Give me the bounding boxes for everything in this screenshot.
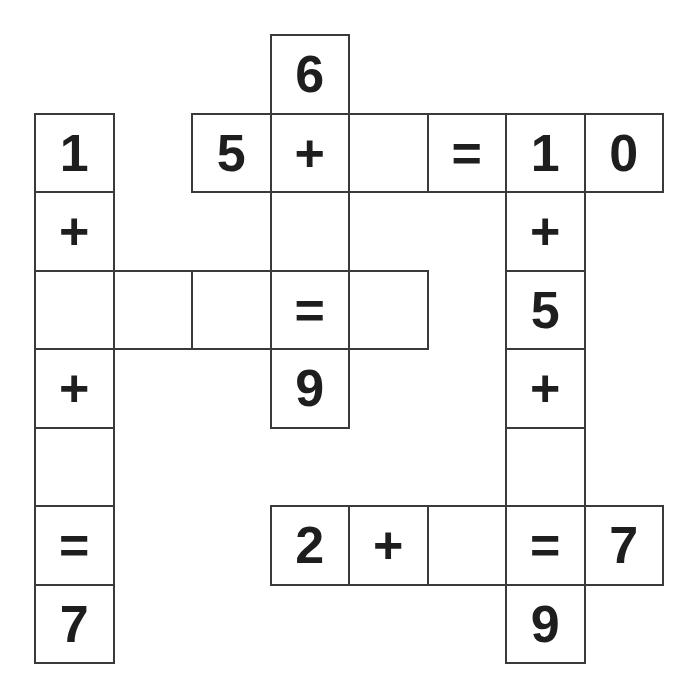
cell-glyph: 1 xyxy=(531,127,560,179)
cell-glyph: = xyxy=(452,127,482,179)
cell-glyph: + xyxy=(295,127,325,179)
given-cell-r6c6: = xyxy=(505,505,586,586)
cell-glyph: + xyxy=(530,362,560,414)
given-cell-r1c0: 1 xyxy=(34,113,115,194)
puzzle-grid: 615+=10++=5+9+=2+=779 xyxy=(35,35,663,663)
given-cell-r6c4: + xyxy=(348,505,429,586)
cell-glyph: 5 xyxy=(531,284,560,336)
cell-glyph: + xyxy=(373,519,403,571)
empty-cell-r1c4[interactable] xyxy=(348,113,429,194)
cell-glyph: = xyxy=(59,519,89,571)
cell-glyph: 2 xyxy=(295,519,324,571)
given-cell-r7c6: 9 xyxy=(505,584,586,665)
empty-cell-r5c6[interactable] xyxy=(505,427,586,508)
given-cell-r1c3: + xyxy=(270,113,351,194)
cell-glyph: + xyxy=(530,205,560,257)
given-cell-r4c3: 9 xyxy=(270,348,351,429)
given-cell-r1c2: 5 xyxy=(191,113,272,194)
given-cell-r6c0: = xyxy=(34,505,115,586)
cell-glyph: 1 xyxy=(60,127,89,179)
given-cell-r6c3: 2 xyxy=(270,505,351,586)
cell-glyph: 6 xyxy=(295,48,324,100)
puzzle-canvas: 615+=10++=5+9+=2+=779 xyxy=(0,0,700,700)
cell-glyph: + xyxy=(59,362,89,414)
empty-cell-r6c5[interactable] xyxy=(427,505,508,586)
cell-glyph: = xyxy=(295,284,325,336)
cell-glyph: 7 xyxy=(60,598,89,650)
empty-cell-r3c4[interactable] xyxy=(348,270,429,351)
empty-cell-r3c0[interactable] xyxy=(34,270,115,351)
given-cell-r4c0: + xyxy=(34,348,115,429)
given-cell-r3c3: = xyxy=(270,270,351,351)
given-cell-r2c6: + xyxy=(505,191,586,272)
given-cell-r1c5: = xyxy=(427,113,508,194)
given-cell-r1c6: 1 xyxy=(505,113,586,194)
cell-glyph: 9 xyxy=(531,598,560,650)
cell-glyph: 5 xyxy=(217,127,246,179)
given-cell-r7c0: 7 xyxy=(34,584,115,665)
given-cell-r1c7: 0 xyxy=(584,113,665,194)
cell-glyph: 7 xyxy=(609,519,638,571)
given-cell-r4c6: + xyxy=(505,348,586,429)
empty-cell-r5c0[interactable] xyxy=(34,427,115,508)
cell-glyph: 0 xyxy=(609,127,638,179)
given-cell-r0c3: 6 xyxy=(270,34,351,115)
given-cell-r3c6: 5 xyxy=(505,270,586,351)
cell-glyph: + xyxy=(59,205,89,257)
cell-glyph: 9 xyxy=(295,362,324,414)
empty-cell-r3c1[interactable] xyxy=(113,270,194,351)
empty-cell-r3c2[interactable] xyxy=(191,270,272,351)
empty-cell-r2c3[interactable] xyxy=(270,191,351,272)
cell-glyph: = xyxy=(530,519,560,571)
given-cell-r2c0: + xyxy=(34,191,115,272)
given-cell-r6c7: 7 xyxy=(584,505,665,586)
